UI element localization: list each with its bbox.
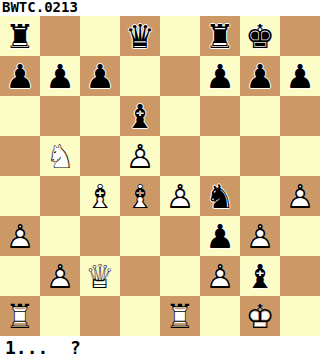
square-b8[interactable] [40, 16, 80, 56]
bishop-glyph: ♝︎ [120, 96, 160, 136]
square-f4[interactable]: ♞︎ [200, 176, 240, 216]
pawn-outline-glyph: ♙︎ [160, 176, 200, 216]
knight-glyph: ♞︎ [200, 176, 240, 216]
square-g4[interactable] [240, 176, 280, 216]
white-pawn-piece[interactable]: ♟︎♙︎ [160, 176, 200, 216]
square-a5[interactable] [0, 136, 40, 176]
pawn-glyph: ♟︎ [280, 56, 320, 96]
pawn-glyph: ♟︎ [240, 56, 280, 96]
white-king-piece[interactable]: ♚︎♔︎ [240, 296, 280, 336]
square-e6[interactable] [160, 96, 200, 136]
pawn-glyph: ♟︎ [0, 56, 40, 96]
white-pawn-piece[interactable]: ♟︎♙︎ [280, 176, 320, 216]
square-d1[interactable] [120, 296, 160, 336]
square-c1[interactable] [80, 296, 120, 336]
black-queen-piece[interactable]: ♛︎ [120, 16, 160, 56]
square-c7[interactable]: ♟︎ [80, 56, 120, 96]
chess-puzzle-app: BWTC.0213 ♜︎♛︎♜︎♚︎♟︎♟︎♟︎♟︎♟︎♟︎♝︎♞︎♘︎♟︎♙︎… [0, 0, 320, 360]
pawn-glyph: ♟︎ [80, 56, 120, 96]
square-g6[interactable] [240, 96, 280, 136]
black-rook-piece[interactable]: ♜︎ [200, 16, 240, 56]
black-bishop-piece[interactable]: ♝︎ [120, 96, 160, 136]
square-g8[interactable]: ♚︎ [240, 16, 280, 56]
square-e4[interactable]: ♟︎♙︎ [160, 176, 200, 216]
white-pawn-piece[interactable]: ♟︎♙︎ [120, 136, 160, 176]
white-rook-piece[interactable]: ♜︎♖︎ [160, 296, 200, 336]
square-f6[interactable] [200, 96, 240, 136]
square-h6[interactable] [280, 96, 320, 136]
bishop-outline-glyph: ♗︎ [120, 176, 160, 216]
white-pawn-piece[interactable]: ♟︎♙︎ [240, 216, 280, 256]
knight-outline-glyph: ♘︎ [40, 136, 80, 176]
square-c2[interactable]: ♛︎♕︎ [80, 256, 120, 296]
square-g7[interactable]: ♟︎ [240, 56, 280, 96]
square-e3[interactable] [160, 216, 200, 256]
square-b7[interactable]: ♟︎ [40, 56, 80, 96]
rook-outline-glyph: ♖︎ [160, 296, 200, 336]
black-knight-piece[interactable]: ♞︎ [200, 176, 240, 216]
square-d8[interactable]: ♛︎ [120, 16, 160, 56]
pawn-outline-glyph: ♙︎ [120, 136, 160, 176]
square-d3[interactable] [120, 216, 160, 256]
pawn-outline-glyph: ♙︎ [40, 256, 80, 296]
black-king-piece[interactable]: ♚︎ [240, 16, 280, 56]
square-d4[interactable]: ♝︎♗︎ [120, 176, 160, 216]
rook-glyph: ♜︎ [200, 16, 240, 56]
white-pawn-piece[interactable]: ♟︎♙︎ [0, 216, 40, 256]
square-e1[interactable]: ♜︎♖︎ [160, 296, 200, 336]
square-g2[interactable]: ♝︎ [240, 256, 280, 296]
black-pawn-piece[interactable]: ♟︎ [80, 56, 120, 96]
pawn-glyph: ♟︎ [200, 56, 240, 96]
square-g3[interactable]: ♟︎♙︎ [240, 216, 280, 256]
white-pawn-piece[interactable]: ♟︎♙︎ [40, 256, 80, 296]
pawn-outline-glyph: ♙︎ [200, 256, 240, 296]
square-g5[interactable] [240, 136, 280, 176]
square-e7[interactable] [160, 56, 200, 96]
square-a3[interactable]: ♟︎♙︎ [0, 216, 40, 256]
white-queen-piece[interactable]: ♛︎♕︎ [80, 256, 120, 296]
square-h5[interactable] [280, 136, 320, 176]
pawn-glyph: ♟︎ [200, 216, 240, 256]
square-d5[interactable]: ♟︎♙︎ [120, 136, 160, 176]
rook-glyph: ♜︎ [0, 16, 40, 56]
square-a1[interactable]: ♜︎♖︎ [0, 296, 40, 336]
square-c3[interactable] [80, 216, 120, 256]
square-f8[interactable]: ♜︎ [200, 16, 240, 56]
square-f2[interactable]: ♟︎♙︎ [200, 256, 240, 296]
square-a6[interactable] [0, 96, 40, 136]
square-a2[interactable] [0, 256, 40, 296]
black-pawn-piece[interactable]: ♟︎ [240, 56, 280, 96]
move-prompt: 1... ? [0, 336, 320, 360]
pawn-outline-glyph: ♙︎ [280, 176, 320, 216]
square-f3[interactable]: ♟︎ [200, 216, 240, 256]
square-b4[interactable] [40, 176, 80, 216]
square-e2[interactable] [160, 256, 200, 296]
square-g1[interactable]: ♚︎♔︎ [240, 296, 280, 336]
square-d2[interactable] [120, 256, 160, 296]
bishop-glyph: ♝︎ [240, 256, 280, 296]
square-b3[interactable] [40, 216, 80, 256]
square-f7[interactable]: ♟︎ [200, 56, 240, 96]
black-pawn-piece[interactable]: ♟︎ [0, 56, 40, 96]
square-h2[interactable] [280, 256, 320, 296]
pawn-outline-glyph: ♙︎ [240, 216, 280, 256]
square-a4[interactable] [0, 176, 40, 216]
pawn-glyph: ♟︎ [40, 56, 80, 96]
square-e8[interactable] [160, 16, 200, 56]
square-h4[interactable]: ♟︎♙︎ [280, 176, 320, 216]
square-b2[interactable]: ♟︎♙︎ [40, 256, 80, 296]
white-rook-piece[interactable]: ♜︎♖︎ [0, 296, 40, 336]
square-h3[interactable] [280, 216, 320, 256]
black-rook-piece[interactable]: ♜︎ [0, 16, 40, 56]
square-b6[interactable] [40, 96, 80, 136]
square-c6[interactable] [80, 96, 120, 136]
white-pawn-piece[interactable]: ♟︎♙︎ [200, 256, 240, 296]
square-f1[interactable] [200, 296, 240, 336]
square-d7[interactable] [120, 56, 160, 96]
square-b5[interactable]: ♞︎♘︎ [40, 136, 80, 176]
white-bishop-piece[interactable]: ♝︎♗︎ [80, 176, 120, 216]
king-glyph: ♚︎ [240, 16, 280, 56]
bishop-outline-glyph: ♗︎ [80, 176, 120, 216]
square-d6[interactable]: ♝︎ [120, 96, 160, 136]
square-c8[interactable] [80, 16, 120, 56]
king-outline-glyph: ♔︎ [240, 296, 280, 336]
square-h8[interactable] [280, 16, 320, 56]
square-f5[interactable] [200, 136, 240, 176]
chess-board: ♜︎♛︎♜︎♚︎♟︎♟︎♟︎♟︎♟︎♟︎♝︎♞︎♘︎♟︎♙︎♝︎♗︎♝︎♗︎♟︎… [0, 16, 320, 336]
square-a8[interactable]: ♜︎ [0, 16, 40, 56]
black-pawn-piece[interactable]: ♟︎ [40, 56, 80, 96]
black-pawn-piece[interactable]: ♟︎ [200, 56, 240, 96]
black-bishop-piece[interactable]: ♝︎ [240, 256, 280, 296]
square-e5[interactable] [160, 136, 200, 176]
square-b1[interactable] [40, 296, 80, 336]
square-h7[interactable]: ♟︎ [280, 56, 320, 96]
square-c4[interactable]: ♝︎♗︎ [80, 176, 120, 216]
pawn-outline-glyph: ♙︎ [0, 216, 40, 256]
white-bishop-piece[interactable]: ♝︎♗︎ [120, 176, 160, 216]
rook-outline-glyph: ♖︎ [0, 296, 40, 336]
white-knight-piece[interactable]: ♞︎♘︎ [40, 136, 80, 176]
square-h1[interactable] [280, 296, 320, 336]
queen-glyph: ♛︎ [120, 16, 160, 56]
square-a7[interactable]: ♟︎ [0, 56, 40, 96]
queen-outline-glyph: ♕︎ [80, 256, 120, 296]
square-c5[interactable] [80, 136, 120, 176]
black-pawn-piece[interactable]: ♟︎ [280, 56, 320, 96]
puzzle-id: BWTC.0213 [0, 0, 320, 16]
black-pawn-piece[interactable]: ♟︎ [200, 216, 240, 256]
